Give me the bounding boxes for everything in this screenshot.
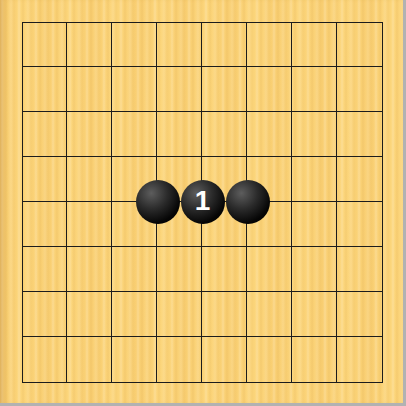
grid-cell (157, 67, 202, 112)
grid-cell (23, 247, 68, 292)
grid-cell (23, 67, 68, 112)
grid-cell (112, 337, 157, 382)
grid-cell (202, 337, 247, 382)
grid-cell (247, 292, 292, 337)
grid-cell (292, 67, 337, 112)
grid-cell (23, 337, 68, 382)
grid-cell (202, 292, 247, 337)
black-stone-F5 (226, 180, 270, 224)
grid-cell (112, 247, 157, 292)
grid-cell (247, 112, 292, 157)
grid-cell (112, 67, 157, 112)
grid-cell (67, 337, 112, 382)
grid-cell (337, 247, 382, 292)
black-stone-E5: 1 (181, 180, 225, 224)
grid-cell (23, 23, 68, 68)
grid-cell (247, 67, 292, 112)
grid-cell (337, 112, 382, 157)
black-stone-D5 (136, 180, 180, 224)
grid-cell (247, 337, 292, 382)
move-number-label: 1 (195, 187, 211, 215)
grid-cell (23, 157, 68, 202)
grid-cell (23, 292, 68, 337)
go-board: 1 (0, 0, 403, 403)
grid-cell (337, 67, 382, 112)
grid-cell (292, 112, 337, 157)
grid-cell (67, 292, 112, 337)
grid-cell (337, 157, 382, 202)
grid-cell (292, 247, 337, 292)
grid-cell (247, 23, 292, 68)
grid-cell (337, 337, 382, 382)
grid-cell (202, 247, 247, 292)
grid-cell (23, 202, 68, 247)
grid-cell (292, 157, 337, 202)
grid-cell (292, 292, 337, 337)
grid-cell (67, 247, 112, 292)
grid-cell (292, 337, 337, 382)
grid-cell (157, 112, 202, 157)
grid-cell (157, 337, 202, 382)
grid-cell (112, 292, 157, 337)
grid-cell (157, 247, 202, 292)
grid-cell (23, 112, 68, 157)
grid-cell (292, 202, 337, 247)
grid-cell (112, 112, 157, 157)
board-frame: 1 (0, 0, 406, 406)
grid-cell (67, 157, 112, 202)
grid-cell (67, 23, 112, 68)
grid-cell (337, 202, 382, 247)
grid-cell (337, 292, 382, 337)
grid-cell (202, 67, 247, 112)
grid-cell (157, 292, 202, 337)
grid-cell (202, 23, 247, 68)
grid-cell (247, 247, 292, 292)
grid-cell (112, 23, 157, 68)
grid-cell (202, 112, 247, 157)
grid-cell (157, 23, 202, 68)
grid-cell (337, 23, 382, 68)
grid-cell (292, 23, 337, 68)
grid-cell (67, 67, 112, 112)
grid-cell (67, 112, 112, 157)
grid-cell (67, 202, 112, 247)
